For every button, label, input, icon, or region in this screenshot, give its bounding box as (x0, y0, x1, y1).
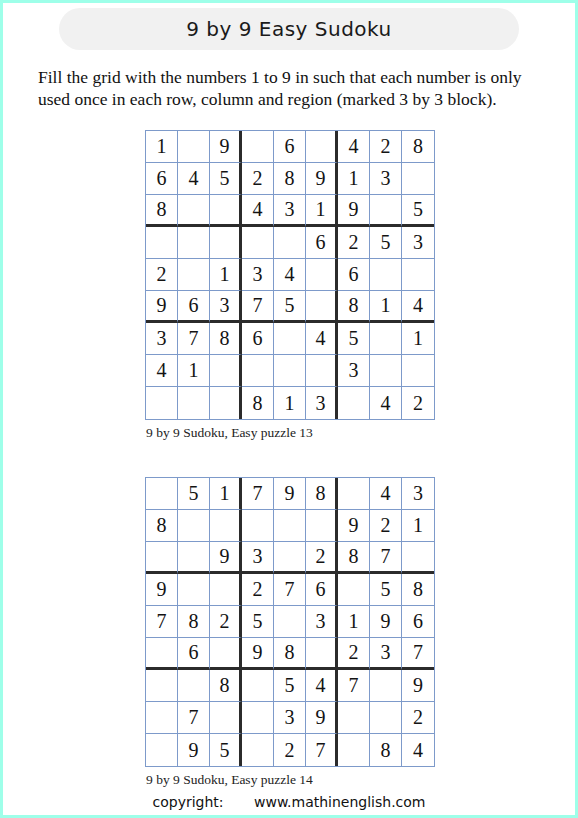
sudoku-cell[interactable]: 1 (338, 163, 370, 195)
sudoku-cell[interactable] (178, 542, 210, 574)
sudoku-cell[interactable] (178, 574, 210, 606)
sudoku-cell[interactable]: 9 (370, 606, 402, 638)
sudoku-cell[interactable]: 3 (210, 291, 242, 323)
sudoku-cell[interactable]: 3 (274, 702, 306, 734)
sudoku-cell[interactable]: 4 (402, 291, 434, 323)
sudoku-cell[interactable] (274, 355, 306, 387)
page-title: 9 by 9 Easy Sudoku (186, 17, 392, 41)
sudoku-cell[interactable]: 3 (338, 355, 370, 387)
sudoku-cell[interactable]: 4 (306, 670, 338, 702)
sudoku-cell[interactable] (306, 259, 338, 291)
sudoku-cell[interactable]: 3 (306, 387, 338, 419)
sudoku-cell[interactable] (338, 734, 370, 766)
sudoku-cell[interactable]: 9 (146, 574, 178, 606)
sudoku-cell[interactable]: 3 (370, 163, 402, 195)
sudoku-cell[interactable]: 8 (402, 131, 434, 163)
sudoku-cell[interactable] (146, 387, 178, 419)
sudoku-cell[interactable]: 8 (370, 734, 402, 766)
sudoku-cell[interactable]: 4 (242, 195, 274, 227)
puzzle-2-caption: 9 by 9 Sudoku, Easy puzzle 14 (146, 772, 575, 788)
sudoku-cell[interactable] (274, 542, 306, 574)
sudoku-cell[interactable] (242, 355, 274, 387)
sudoku-cell[interactable]: 2 (210, 606, 242, 638)
sudoku-cell[interactable]: 7 (274, 574, 306, 606)
sudoku-cell[interactable]: 7 (242, 478, 274, 510)
sudoku-cell[interactable]: 7 (146, 606, 178, 638)
sudoku-cell[interactable] (178, 259, 210, 291)
sudoku-cell[interactable]: 7 (306, 734, 338, 766)
sudoku-cell[interactable] (242, 510, 274, 542)
sudoku-cell[interactable]: 8 (338, 291, 370, 323)
sudoku-cell[interactable]: 5 (370, 227, 402, 259)
sudoku-cell[interactable] (210, 510, 242, 542)
sudoku-grid-2: 5179843892193287927658782531966982378547… (145, 477, 435, 767)
sudoku-cell[interactable]: 5 (370, 574, 402, 606)
puzzle-2: 5179843892193287927658782531966982378547… (145, 477, 575, 767)
title-pill: 9 by 9 Easy Sudoku (59, 8, 519, 50)
sudoku-cell[interactable] (210, 638, 242, 670)
sudoku-cell[interactable]: 1 (402, 323, 434, 355)
sudoku-cell[interactable]: 1 (210, 478, 242, 510)
sudoku-cell[interactable]: 3 (274, 195, 306, 227)
sudoku-cell[interactable]: 2 (370, 510, 402, 542)
sudoku-cell[interactable]: 2 (370, 131, 402, 163)
sudoku-cell[interactable] (178, 670, 210, 702)
sudoku-cell[interactable] (274, 510, 306, 542)
sudoku-cell[interactable]: 5 (274, 291, 306, 323)
sudoku-cell[interactable]: 8 (146, 195, 178, 227)
sudoku-cell[interactable]: 2 (242, 574, 274, 606)
sudoku-cell[interactable]: 6 (338, 259, 370, 291)
sudoku-cell[interactable] (274, 606, 306, 638)
sudoku-cell[interactable] (402, 355, 434, 387)
sudoku-cell[interactable]: 9 (306, 702, 338, 734)
sudoku-cell[interactable] (338, 478, 370, 510)
sudoku-cell[interactable] (274, 227, 306, 259)
instructions: Fill the grid with the numbers 1 to 9 in… (38, 66, 575, 110)
footer: copyright: www.mathinenglish.com (3, 794, 575, 810)
sudoku-cell[interactable]: 3 (146, 323, 178, 355)
sudoku-cell[interactable]: 3 (370, 638, 402, 670)
sudoku-cell[interactable]: 7 (178, 702, 210, 734)
sudoku-cell[interactable] (306, 355, 338, 387)
sudoku-cell[interactable] (178, 510, 210, 542)
sudoku-cell[interactable] (210, 702, 242, 734)
sudoku-cell[interactable] (370, 355, 402, 387)
sudoku-cell[interactable]: 1 (370, 291, 402, 323)
puzzle-1-caption: 9 by 9 Sudoku, Easy puzzle 13 (146, 425, 575, 441)
sudoku-cell[interactable]: 1 (210, 259, 242, 291)
sudoku-cell[interactable]: 5 (210, 734, 242, 766)
sudoku-cell[interactable]: 3 (402, 227, 434, 259)
puzzle-1: 1964286452891384319562532134696375814378… (145, 130, 575, 420)
sudoku-cell[interactable]: 9 (242, 638, 274, 670)
sudoku-cell[interactable]: 8 (274, 638, 306, 670)
sudoku-cell[interactable]: 9 (178, 734, 210, 766)
sudoku-cell[interactable] (242, 734, 274, 766)
sudoku-cell[interactable]: 9 (146, 291, 178, 323)
sudoku-cell[interactable]: 2 (338, 227, 370, 259)
sudoku-cell[interactable]: 7 (242, 291, 274, 323)
sudoku-cell[interactable]: 7 (338, 670, 370, 702)
sudoku-cell[interactable] (210, 195, 242, 227)
sudoku-cell[interactable]: 9 (210, 131, 242, 163)
sudoku-cell[interactable]: 9 (338, 195, 370, 227)
sudoku-cell[interactable] (402, 163, 434, 195)
sudoku-cell[interactable]: 6 (178, 291, 210, 323)
sudoku-cell[interactable]: 6 (402, 606, 434, 638)
sudoku-cell[interactable]: 2 (402, 387, 434, 419)
sudoku-cell[interactable] (210, 355, 242, 387)
sudoku-cell[interactable]: 1 (306, 195, 338, 227)
sudoku-cell[interactable]: 7 (402, 638, 434, 670)
sudoku-cell[interactable]: 7 (178, 323, 210, 355)
sudoku-cell[interactable]: 2 (274, 734, 306, 766)
sudoku-cell[interactable]: 5 (178, 478, 210, 510)
sudoku-cell[interactable]: 2 (306, 542, 338, 574)
sudoku-cell[interactable] (178, 227, 210, 259)
sudoku-cell[interactable]: 8 (402, 574, 434, 606)
copyright-label: copyright: (152, 794, 223, 810)
sudoku-cell[interactable] (338, 574, 370, 606)
sudoku-cell[interactable]: 4 (338, 131, 370, 163)
sudoku-cell[interactable]: 4 (402, 734, 434, 766)
sudoku-cell[interactable]: 2 (242, 163, 274, 195)
sudoku-cell[interactable] (402, 259, 434, 291)
sudoku-cell[interactable] (178, 131, 210, 163)
sudoku-cell[interactable] (146, 542, 178, 574)
sudoku-cell[interactable] (210, 574, 242, 606)
instructions-line-1: Fill the grid with the numbers 1 to 9 in… (38, 66, 575, 88)
sudoku-cell[interactable]: 1 (402, 510, 434, 542)
sudoku-cell[interactable] (370, 702, 402, 734)
sudoku-cell[interactable] (242, 131, 274, 163)
site-url: www.mathinenglish.com (254, 794, 426, 810)
sudoku-cell[interactable]: 5 (402, 195, 434, 227)
sudoku-cell[interactable] (370, 195, 402, 227)
sudoku-cell[interactable]: 2 (338, 638, 370, 670)
sudoku-cell[interactable]: 3 (242, 542, 274, 574)
sudoku-cell[interactable] (338, 387, 370, 419)
sudoku-cell[interactable]: 3 (242, 259, 274, 291)
sudoku-cell[interactable]: 6 (306, 227, 338, 259)
sudoku-cell[interactable]: 8 (210, 670, 242, 702)
sudoku-cell[interactable]: 4 (274, 259, 306, 291)
sudoku-cell[interactable]: 9 (402, 670, 434, 702)
sudoku-grid-1: 1964286452891384319562532134696375814378… (145, 130, 435, 420)
sudoku-cell[interactable] (370, 670, 402, 702)
sudoku-cell[interactable]: 9 (338, 510, 370, 542)
sudoku-cell[interactable]: 8 (178, 606, 210, 638)
sudoku-cell[interactable]: 6 (306, 574, 338, 606)
sudoku-cell[interactable]: 6 (274, 131, 306, 163)
sudoku-cell[interactable]: 8 (210, 323, 242, 355)
sudoku-cell[interactable] (210, 387, 242, 419)
sudoku-cell[interactable]: 1 (338, 606, 370, 638)
sudoku-cell[interactable] (146, 227, 178, 259)
sudoku-cell[interactable] (370, 259, 402, 291)
sudoku-cell[interactable]: 4 (178, 163, 210, 195)
sudoku-cell[interactable]: 9 (306, 163, 338, 195)
sudoku-cell[interactable]: 8 (338, 542, 370, 574)
sudoku-cell[interactable]: 5 (338, 323, 370, 355)
sudoku-cell[interactable] (242, 227, 274, 259)
instructions-line-2: used once in each row, column and region… (38, 88, 575, 110)
sudoku-cell[interactable] (242, 702, 274, 734)
sudoku-cell[interactable] (210, 227, 242, 259)
sudoku-cell[interactable]: 8 (242, 387, 274, 419)
sudoku-cell[interactable]: 9 (210, 542, 242, 574)
sudoku-cell[interactable] (306, 291, 338, 323)
sudoku-cell[interactable]: 3 (402, 478, 434, 510)
sudoku-cell[interactable]: 2 (402, 702, 434, 734)
sudoku-cell[interactable] (306, 131, 338, 163)
sudoku-cell[interactable]: 6 (242, 323, 274, 355)
sudoku-cell[interactable]: 1 (178, 355, 210, 387)
sudoku-cell[interactable]: 4 (306, 323, 338, 355)
worksheet-page: { "game": "sudoku", "position": [ "1.9.6… (0, 0, 578, 818)
sudoku-cell[interactable]: 6 (146, 163, 178, 195)
sudoku-cell[interactable] (370, 323, 402, 355)
sudoku-cell[interactable]: 3 (306, 606, 338, 638)
sudoku-cell[interactable]: 6 (178, 638, 210, 670)
sudoku-cell[interactable] (306, 510, 338, 542)
sudoku-cell[interactable] (146, 670, 178, 702)
sudoku-cell[interactable]: 2 (146, 259, 178, 291)
sudoku-cell[interactable]: 4 (370, 478, 402, 510)
sudoku-cell[interactable] (146, 702, 178, 734)
sudoku-cell[interactable] (146, 638, 178, 670)
sudoku-cell[interactable]: 4 (370, 387, 402, 419)
sudoku-cell[interactable]: 8 (274, 163, 306, 195)
sudoku-cell[interactable] (242, 670, 274, 702)
sudoku-cell[interactable] (146, 734, 178, 766)
sudoku-cell[interactable] (274, 323, 306, 355)
sudoku-cell[interactable]: 8 (306, 478, 338, 510)
sudoku-cell[interactable]: 9 (274, 478, 306, 510)
sudoku-cell[interactable] (338, 702, 370, 734)
sudoku-cell[interactable]: 5 (210, 163, 242, 195)
sudoku-cell[interactable]: 1 (146, 131, 178, 163)
sudoku-cell[interactable] (402, 542, 434, 574)
sudoku-cell[interactable]: 5 (242, 606, 274, 638)
sudoku-cell[interactable]: 5 (274, 670, 306, 702)
sudoku-cell[interactable]: 7 (370, 542, 402, 574)
sudoku-cell[interactable]: 4 (146, 355, 178, 387)
sudoku-cell[interactable]: 8 (146, 510, 178, 542)
sudoku-cell[interactable] (146, 478, 178, 510)
sudoku-cell[interactable]: 1 (274, 387, 306, 419)
sudoku-cell[interactable] (306, 638, 338, 670)
sudoku-cell[interactable] (178, 195, 210, 227)
sudoku-cell[interactable] (178, 387, 210, 419)
